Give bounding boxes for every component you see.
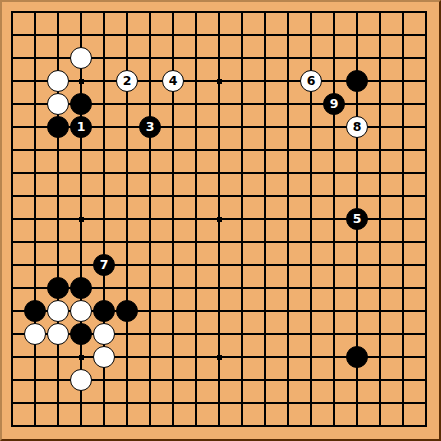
- board-cell[interactable]: [415, 300, 438, 323]
- board-cell[interactable]: [277, 93, 300, 116]
- board-cell[interactable]: [47, 369, 70, 392]
- board-cell[interactable]: [93, 139, 116, 162]
- board-cell[interactable]: [231, 392, 254, 415]
- board-cell[interactable]: [162, 139, 185, 162]
- board-cell[interactable]: [392, 185, 415, 208]
- board-cell[interactable]: [93, 162, 116, 185]
- board-cell[interactable]: [116, 277, 139, 300]
- board-cell[interactable]: [369, 47, 392, 70]
- board-cell[interactable]: [208, 185, 231, 208]
- board-cell[interactable]: [254, 162, 277, 185]
- white-stone[interactable]: [24, 323, 46, 345]
- board-cell[interactable]: [185, 415, 208, 438]
- board-cell[interactable]: [231, 415, 254, 438]
- board-cell[interactable]: [116, 392, 139, 415]
- board-cell[interactable]: [139, 24, 162, 47]
- board-cell[interactable]: [277, 277, 300, 300]
- board-cell[interactable]: [162, 185, 185, 208]
- board-cell[interactable]: [323, 277, 346, 300]
- board-cell[interactable]: [70, 185, 93, 208]
- board-cell[interactable]: [24, 1, 47, 24]
- board-cell[interactable]: 6: [300, 70, 323, 93]
- board-cell[interactable]: [300, 254, 323, 277]
- board-cell[interactable]: [185, 231, 208, 254]
- board-cell[interactable]: [24, 208, 47, 231]
- board-cell[interactable]: [116, 300, 139, 323]
- board-cell[interactable]: [231, 139, 254, 162]
- board-cell[interactable]: [116, 415, 139, 438]
- board-cell[interactable]: [231, 369, 254, 392]
- board-cell[interactable]: [415, 47, 438, 70]
- board-cell[interactable]: [254, 254, 277, 277]
- board-cell[interactable]: [70, 70, 93, 93]
- board-cell[interactable]: [93, 1, 116, 24]
- board-cell[interactable]: [116, 162, 139, 185]
- board-cell[interactable]: [208, 323, 231, 346]
- board-cell[interactable]: [47, 392, 70, 415]
- board-cell[interactable]: [47, 185, 70, 208]
- black-stone[interactable]: 1: [70, 116, 92, 138]
- board-cell[interactable]: 1: [70, 116, 93, 139]
- board-cell[interactable]: [300, 116, 323, 139]
- board-cell[interactable]: [415, 254, 438, 277]
- white-stone[interactable]: [93, 346, 115, 368]
- board-cell[interactable]: [24, 392, 47, 415]
- board-cell[interactable]: [139, 70, 162, 93]
- board-cell[interactable]: [323, 70, 346, 93]
- board-cell[interactable]: [346, 369, 369, 392]
- board-cell[interactable]: [369, 323, 392, 346]
- board-cell[interactable]: [254, 70, 277, 93]
- board-cell[interactable]: [208, 346, 231, 369]
- board-cell[interactable]: [70, 300, 93, 323]
- board-cell[interactable]: [323, 300, 346, 323]
- board-cell[interactable]: [323, 162, 346, 185]
- board-cell[interactable]: [162, 300, 185, 323]
- board-cell[interactable]: [70, 162, 93, 185]
- board-cell[interactable]: [369, 139, 392, 162]
- board-cell[interactable]: [47, 254, 70, 277]
- board-cell[interactable]: 8: [346, 116, 369, 139]
- board-cell[interactable]: [1, 47, 24, 70]
- board-cell[interactable]: [47, 208, 70, 231]
- board-cell[interactable]: [231, 277, 254, 300]
- board-cell[interactable]: [24, 415, 47, 438]
- board-cell[interactable]: [208, 300, 231, 323]
- board-cell[interactable]: [139, 300, 162, 323]
- board-cell[interactable]: [231, 254, 254, 277]
- board-cell[interactable]: [300, 277, 323, 300]
- black-stone[interactable]: [70, 323, 92, 345]
- board-cell[interactable]: [323, 323, 346, 346]
- board-cell[interactable]: [162, 415, 185, 438]
- board-cell[interactable]: [300, 47, 323, 70]
- board-cell[interactable]: [208, 162, 231, 185]
- board-cell[interactable]: [70, 346, 93, 369]
- board-cell[interactable]: [346, 70, 369, 93]
- board-cell[interactable]: [392, 277, 415, 300]
- board-cell[interactable]: [369, 346, 392, 369]
- board-cell[interactable]: [346, 1, 369, 24]
- board-cell[interactable]: [392, 47, 415, 70]
- board-cell[interactable]: [162, 323, 185, 346]
- board-cell[interactable]: [93, 323, 116, 346]
- board-cell[interactable]: [47, 346, 70, 369]
- board-cell[interactable]: [24, 139, 47, 162]
- board-cell[interactable]: [369, 70, 392, 93]
- board-cell[interactable]: [300, 415, 323, 438]
- board-cell[interactable]: [185, 208, 208, 231]
- board-cell[interactable]: [369, 116, 392, 139]
- board-cell[interactable]: [254, 392, 277, 415]
- board-cell[interactable]: [300, 93, 323, 116]
- board-cell[interactable]: [346, 231, 369, 254]
- board-cell[interactable]: [162, 254, 185, 277]
- board-cell[interactable]: [70, 24, 93, 47]
- board-cell[interactable]: [93, 277, 116, 300]
- board-cell[interactable]: [392, 93, 415, 116]
- board-cell[interactable]: [415, 93, 438, 116]
- board-cell[interactable]: [231, 185, 254, 208]
- board-cell[interactable]: [47, 70, 70, 93]
- board-cell[interactable]: [208, 277, 231, 300]
- board-cell[interactable]: [300, 300, 323, 323]
- board-cell[interactable]: [93, 185, 116, 208]
- board-cell[interactable]: [254, 277, 277, 300]
- white-stone[interactable]: 6: [300, 70, 322, 92]
- board-cell[interactable]: [1, 162, 24, 185]
- board-cell[interactable]: [369, 369, 392, 392]
- black-stone[interactable]: [93, 300, 115, 322]
- board-cell[interactable]: [139, 139, 162, 162]
- board-cell[interactable]: [323, 1, 346, 24]
- board-cell[interactable]: [24, 24, 47, 47]
- board-cell[interactable]: [254, 346, 277, 369]
- board-cell[interactable]: [162, 346, 185, 369]
- board-cell[interactable]: [24, 70, 47, 93]
- board-cell[interactable]: [323, 346, 346, 369]
- board-cell[interactable]: [277, 415, 300, 438]
- board-cell[interactable]: [346, 24, 369, 47]
- board-cell[interactable]: [231, 162, 254, 185]
- board-cell[interactable]: [300, 346, 323, 369]
- board-cell[interactable]: [346, 277, 369, 300]
- board-cell[interactable]: [231, 70, 254, 93]
- board-cell[interactable]: [116, 346, 139, 369]
- board-cell[interactable]: [415, 24, 438, 47]
- board-cell[interactable]: [300, 1, 323, 24]
- board-cell[interactable]: [70, 392, 93, 415]
- board-cell[interactable]: [369, 415, 392, 438]
- board-cell[interactable]: [277, 24, 300, 47]
- board-cell[interactable]: [116, 93, 139, 116]
- board-cell[interactable]: [139, 277, 162, 300]
- board-cell[interactable]: [116, 24, 139, 47]
- board-cell[interactable]: [323, 47, 346, 70]
- board-cell[interactable]: [47, 415, 70, 438]
- board-cell[interactable]: [162, 24, 185, 47]
- board-cell[interactable]: 2: [116, 70, 139, 93]
- board-cell[interactable]: [346, 185, 369, 208]
- board-cell[interactable]: [392, 369, 415, 392]
- board-cell[interactable]: [47, 139, 70, 162]
- board-cell[interactable]: [1, 185, 24, 208]
- board-cell[interactable]: [323, 139, 346, 162]
- white-stone[interactable]: [47, 300, 69, 322]
- board-cell[interactable]: [392, 116, 415, 139]
- board-cell[interactable]: [415, 185, 438, 208]
- board-cell[interactable]: [323, 116, 346, 139]
- board-cell[interactable]: [116, 1, 139, 24]
- board-cell[interactable]: [392, 231, 415, 254]
- board-cell[interactable]: [277, 392, 300, 415]
- black-stone[interactable]: [24, 300, 46, 322]
- board-cell[interactable]: [300, 162, 323, 185]
- board-cell[interactable]: [70, 277, 93, 300]
- board-cell[interactable]: [300, 369, 323, 392]
- board-cell[interactable]: [254, 93, 277, 116]
- black-stone[interactable]: 3: [139, 116, 161, 138]
- board-cell[interactable]: [254, 208, 277, 231]
- board-cell[interactable]: [162, 47, 185, 70]
- board-cell[interactable]: [1, 369, 24, 392]
- board-cell[interactable]: [415, 116, 438, 139]
- board-cell[interactable]: [93, 346, 116, 369]
- board-cell[interactable]: [93, 300, 116, 323]
- board-cell[interactable]: [208, 415, 231, 438]
- board-cell[interactable]: [93, 116, 116, 139]
- board-cell[interactable]: [185, 70, 208, 93]
- board-cell[interactable]: [346, 392, 369, 415]
- board-cell[interactable]: [231, 346, 254, 369]
- board-cell[interactable]: [185, 323, 208, 346]
- board-cell[interactable]: [277, 1, 300, 24]
- board-cell[interactable]: [24, 277, 47, 300]
- board-cell[interactable]: [185, 392, 208, 415]
- board-cell[interactable]: [323, 392, 346, 415]
- board-cell[interactable]: [277, 254, 300, 277]
- board-cell[interactable]: [415, 369, 438, 392]
- board-cell[interactable]: [47, 300, 70, 323]
- board-cell[interactable]: [1, 139, 24, 162]
- board-cell[interactable]: [231, 24, 254, 47]
- board-cell[interactable]: [70, 231, 93, 254]
- board-cell[interactable]: [323, 208, 346, 231]
- board-cell[interactable]: [415, 139, 438, 162]
- black-stone[interactable]: [116, 300, 138, 322]
- board-cell[interactable]: [24, 185, 47, 208]
- board-cell[interactable]: 9: [323, 93, 346, 116]
- black-stone[interactable]: 9: [323, 93, 345, 115]
- board-cell[interactable]: [139, 47, 162, 70]
- board-cell[interactable]: [254, 116, 277, 139]
- board-cell[interactable]: [254, 1, 277, 24]
- board-cell[interactable]: [1, 254, 24, 277]
- board-cell[interactable]: [277, 369, 300, 392]
- board-cell[interactable]: [1, 24, 24, 47]
- board-cell[interactable]: [1, 70, 24, 93]
- board-cell[interactable]: [162, 392, 185, 415]
- board-cell[interactable]: [1, 300, 24, 323]
- board-cell[interactable]: [70, 93, 93, 116]
- board-cell[interactable]: [277, 162, 300, 185]
- board-cell[interactable]: [369, 208, 392, 231]
- board-cell[interactable]: [162, 369, 185, 392]
- board-cell[interactable]: [392, 70, 415, 93]
- board-cell[interactable]: [300, 185, 323, 208]
- board-cell[interactable]: [415, 323, 438, 346]
- board-cell[interactable]: [254, 415, 277, 438]
- board-cell[interactable]: [231, 323, 254, 346]
- board-cell[interactable]: [139, 369, 162, 392]
- board-cell[interactable]: [231, 208, 254, 231]
- board-cell[interactable]: [254, 323, 277, 346]
- board-cell[interactable]: [369, 254, 392, 277]
- board-cell[interactable]: [300, 231, 323, 254]
- board-cell[interactable]: [231, 231, 254, 254]
- board-cell[interactable]: [93, 47, 116, 70]
- board-cell[interactable]: [116, 369, 139, 392]
- white-stone[interactable]: [47, 323, 69, 345]
- board-cell[interactable]: [392, 346, 415, 369]
- board-cell[interactable]: [139, 93, 162, 116]
- board-cell[interactable]: [208, 24, 231, 47]
- board-cell[interactable]: [369, 277, 392, 300]
- board-cell[interactable]: [369, 185, 392, 208]
- board-cell[interactable]: [162, 231, 185, 254]
- board-cell[interactable]: [208, 93, 231, 116]
- board-cell[interactable]: [1, 231, 24, 254]
- white-stone[interactable]: 2: [116, 70, 138, 92]
- board-cell[interactable]: [392, 162, 415, 185]
- board-cell[interactable]: [185, 116, 208, 139]
- board-cell[interactable]: [1, 392, 24, 415]
- board-cell[interactable]: [415, 346, 438, 369]
- board-cell[interactable]: [70, 415, 93, 438]
- board-cell[interactable]: [24, 323, 47, 346]
- board-cell[interactable]: [1, 277, 24, 300]
- board-cell[interactable]: [116, 254, 139, 277]
- board-cell[interactable]: [415, 415, 438, 438]
- board-cell[interactable]: [277, 300, 300, 323]
- board-cell[interactable]: [116, 185, 139, 208]
- white-stone[interactable]: 8: [346, 116, 368, 138]
- board-cell[interactable]: [415, 277, 438, 300]
- board-cell[interactable]: [93, 231, 116, 254]
- board-cell[interactable]: [369, 162, 392, 185]
- board-cell[interactable]: [277, 70, 300, 93]
- board-cell[interactable]: [139, 208, 162, 231]
- board-cell[interactable]: [277, 185, 300, 208]
- board-cell[interactable]: [208, 47, 231, 70]
- board-cell[interactable]: [323, 415, 346, 438]
- board-cell[interactable]: [47, 323, 70, 346]
- board-cell[interactable]: [139, 415, 162, 438]
- board-cell[interactable]: [231, 300, 254, 323]
- board-cell[interactable]: [93, 208, 116, 231]
- board-cell[interactable]: [346, 93, 369, 116]
- board-cell[interactable]: [139, 185, 162, 208]
- black-stone[interactable]: 5: [346, 208, 368, 230]
- white-stone[interactable]: [93, 323, 115, 345]
- board-cell[interactable]: [185, 346, 208, 369]
- board-cell[interactable]: [392, 415, 415, 438]
- white-stone[interactable]: [70, 369, 92, 391]
- board-cell[interactable]: [185, 24, 208, 47]
- board-cell[interactable]: [254, 139, 277, 162]
- board-cell[interactable]: [47, 162, 70, 185]
- board-cell[interactable]: [24, 254, 47, 277]
- board-cell[interactable]: [162, 93, 185, 116]
- board-cell[interactable]: [162, 1, 185, 24]
- board-cell[interactable]: [139, 323, 162, 346]
- black-stone[interactable]: [47, 277, 69, 299]
- board-cell[interactable]: [70, 208, 93, 231]
- board-cell[interactable]: [47, 231, 70, 254]
- board-cell[interactable]: [254, 47, 277, 70]
- board-cell[interactable]: [185, 277, 208, 300]
- board-cell[interactable]: [369, 231, 392, 254]
- board-cell[interactable]: [254, 185, 277, 208]
- board-cell[interactable]: [116, 208, 139, 231]
- board-cell[interactable]: [277, 116, 300, 139]
- board-cell[interactable]: [185, 254, 208, 277]
- board-cell[interactable]: [24, 116, 47, 139]
- black-stone[interactable]: [346, 70, 368, 92]
- board-cell[interactable]: [323, 369, 346, 392]
- board-cell[interactable]: [346, 47, 369, 70]
- board-cell[interactable]: 3: [139, 116, 162, 139]
- white-stone[interactable]: [47, 70, 69, 92]
- board-cell[interactable]: [47, 277, 70, 300]
- board-cell[interactable]: [254, 300, 277, 323]
- board-cell[interactable]: [346, 254, 369, 277]
- board-cell[interactable]: [300, 24, 323, 47]
- board-cell[interactable]: [323, 231, 346, 254]
- board-cell[interactable]: [369, 1, 392, 24]
- board-cell[interactable]: [392, 1, 415, 24]
- board-cell[interactable]: [346, 415, 369, 438]
- board-cell[interactable]: [93, 392, 116, 415]
- board-cell[interactable]: [24, 47, 47, 70]
- white-stone[interactable]: [47, 93, 69, 115]
- board-cell[interactable]: [185, 139, 208, 162]
- board-cell[interactable]: [185, 162, 208, 185]
- board-cell[interactable]: [346, 346, 369, 369]
- board-cell[interactable]: [47, 47, 70, 70]
- board-cell[interactable]: [139, 254, 162, 277]
- white-stone[interactable]: [70, 47, 92, 69]
- board-cell[interactable]: [1, 116, 24, 139]
- board-cell[interactable]: [208, 1, 231, 24]
- board-cell[interactable]: [300, 392, 323, 415]
- board-cell[interactable]: [1, 346, 24, 369]
- board-cell[interactable]: [185, 369, 208, 392]
- board-cell[interactable]: [185, 300, 208, 323]
- board-cell[interactable]: [415, 162, 438, 185]
- board-cell[interactable]: [277, 346, 300, 369]
- board-cell[interactable]: [70, 139, 93, 162]
- board-cell[interactable]: [1, 1, 24, 24]
- board-cell[interactable]: [1, 323, 24, 346]
- board-cell[interactable]: [208, 369, 231, 392]
- board-cell[interactable]: [254, 369, 277, 392]
- board-cell[interactable]: [162, 208, 185, 231]
- board-cell[interactable]: [24, 231, 47, 254]
- board-cell[interactable]: [392, 254, 415, 277]
- board-cell[interactable]: [415, 70, 438, 93]
- board-cell[interactable]: [208, 208, 231, 231]
